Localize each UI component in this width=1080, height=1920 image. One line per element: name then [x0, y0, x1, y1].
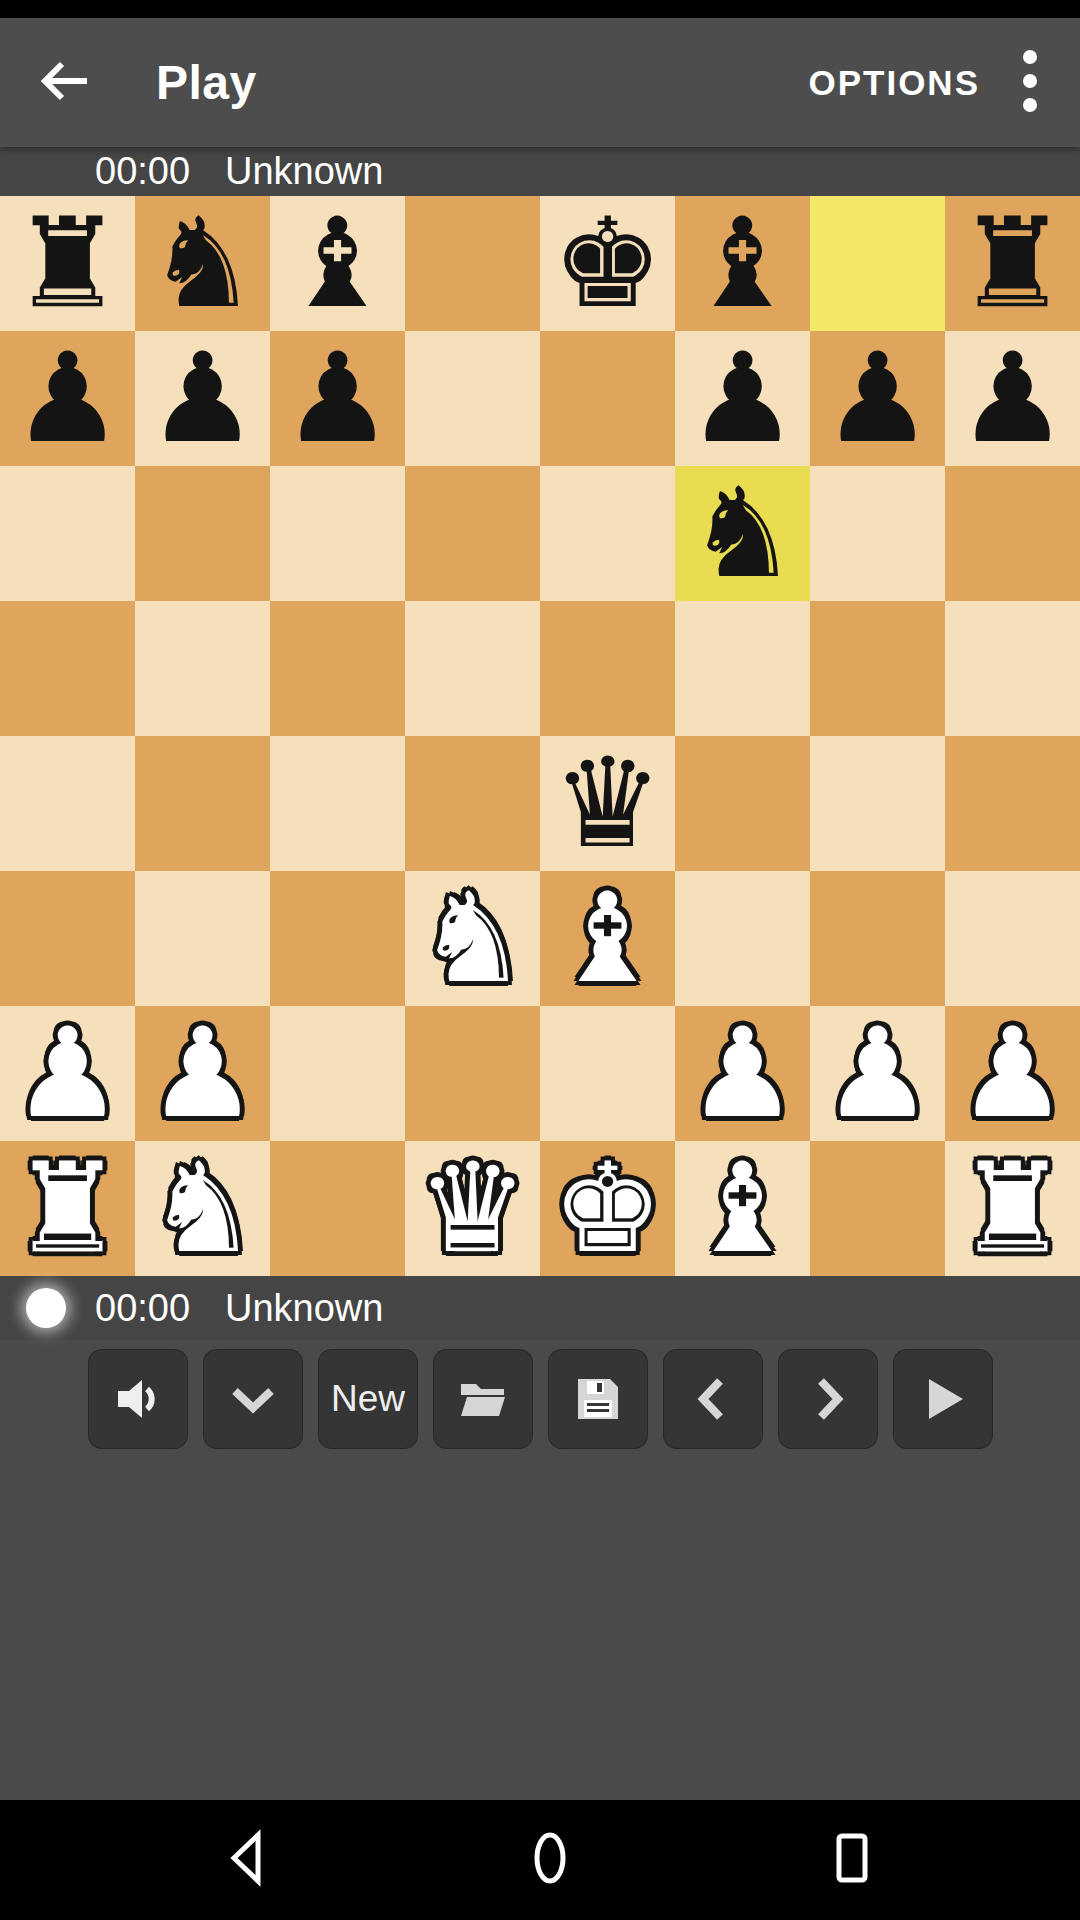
chevron-down-icon — [227, 1373, 279, 1425]
android-nav-bar — [0, 1800, 1080, 1920]
white-rook: ♜ — [12, 1141, 123, 1276]
status-bar — [0, 0, 1080, 18]
player-row: 00:00 Unknown — [0, 1276, 1080, 1340]
player-name: Unknown — [225, 1287, 383, 1330]
square-h1[interactable]: ♜ — [945, 1141, 1080, 1276]
nav-home-button[interactable] — [520, 1830, 580, 1890]
toolbar: New — [0, 1340, 1080, 1449]
black-bishop: ♝ — [282, 196, 393, 331]
folder-open-icon — [456, 1372, 510, 1426]
white-knight: ♞ — [147, 1141, 258, 1276]
square-e4[interactable]: ♛ — [540, 736, 675, 871]
black-knight: ♞ — [687, 466, 798, 601]
open-game-button[interactable] — [433, 1349, 533, 1449]
square-b1[interactable]: ♞ — [135, 1141, 270, 1276]
play-icon — [917, 1373, 969, 1425]
square-h8[interactable]: ♜ — [945, 196, 1080, 331]
black-pawn: ♟ — [957, 331, 1068, 466]
options-button[interactable]: OPTIONS — [798, 43, 990, 123]
square-f7[interactable]: ♟ — [675, 331, 810, 466]
square-f1[interactable]: ♝ — [675, 1141, 810, 1276]
square-d3[interactable]: ♞ — [405, 871, 540, 1006]
square-b2[interactable]: ♟ — [135, 1006, 270, 1141]
square-a1[interactable]: ♜ — [0, 1141, 135, 1276]
square-a8[interactable]: ♜ — [0, 196, 135, 331]
square-g1[interactable] — [810, 1141, 945, 1276]
square-b3[interactable] — [135, 871, 270, 1006]
square-h2[interactable]: ♟ — [945, 1006, 1080, 1141]
square-e5[interactable] — [540, 601, 675, 736]
square-f5[interactable] — [675, 601, 810, 736]
square-f4[interactable] — [675, 736, 810, 871]
new-game-button[interactable]: New — [318, 1349, 418, 1449]
square-d6[interactable] — [405, 466, 540, 601]
play-engine-button[interactable] — [893, 1349, 993, 1449]
square-c1[interactable] — [270, 1141, 405, 1276]
white-rook: ♜ — [957, 1141, 1068, 1276]
square-f3[interactable] — [675, 871, 810, 1006]
square-d8[interactable] — [405, 196, 540, 331]
black-rook: ♜ — [957, 196, 1068, 331]
square-d7[interactable] — [405, 331, 540, 466]
page-title: Play — [156, 55, 257, 110]
square-a6[interactable] — [0, 466, 135, 601]
recents-square-icon-button[interactable] — [822, 1830, 882, 1890]
app-bar: Play OPTIONS — [0, 18, 1080, 147]
opponent-row: 00:00 Unknown — [0, 147, 1080, 196]
square-g8[interactable] — [810, 196, 945, 331]
square-f8[interactable]: ♝ — [675, 196, 810, 331]
white-bishop: ♝ — [552, 871, 663, 1006]
turn-indicator — [26, 1288, 66, 1328]
sound-button[interactable] — [88, 1349, 188, 1449]
square-c5[interactable] — [270, 601, 405, 736]
nav-back-button[interactable] — [219, 1830, 279, 1890]
opponent-clock: 00:00 — [95, 150, 225, 193]
square-c3[interactable] — [270, 871, 405, 1006]
black-queen: ♛ — [552, 736, 663, 871]
chess-board[interactable]: ♜♞♝♚♝♜♟♟♟♟♟♟♞♛♞♝♟♟♟♟♟♜♞♛♚♝♜ — [0, 196, 1080, 1276]
move-forward-button[interactable] — [778, 1349, 878, 1449]
square-c8[interactable]: ♝ — [270, 196, 405, 331]
chevron-left-icon — [687, 1373, 739, 1425]
white-pawn: ♟ — [147, 1006, 258, 1141]
white-king: ♚ — [552, 1141, 663, 1276]
square-e2[interactable] — [540, 1006, 675, 1141]
black-pawn: ♟ — [12, 331, 123, 466]
square-c6[interactable] — [270, 466, 405, 601]
white-knight: ♞ — [417, 871, 528, 1006]
square-h5[interactable] — [945, 601, 1080, 736]
square-e8[interactable]: ♚ — [540, 196, 675, 331]
speaker-icon — [112, 1373, 164, 1425]
square-c4[interactable] — [270, 736, 405, 871]
square-b4[interactable] — [135, 736, 270, 871]
square-g6[interactable] — [810, 466, 945, 601]
back-arrow-icon — [40, 55, 92, 111]
recents-square-icon — [825, 1828, 879, 1892]
screen: Play OPTIONS 00:00 Unknown ♜♞♝♚♝♜♟♟♟♟♟♟♞… — [0, 0, 1080, 1920]
player-clock: 00:00 — [95, 1287, 225, 1330]
square-d4[interactable] — [405, 736, 540, 871]
overflow-menu-button[interactable] — [990, 35, 1070, 131]
save-game-button[interactable] — [548, 1349, 648, 1449]
home-circle-icon — [523, 1828, 577, 1892]
square-g7[interactable]: ♟ — [810, 331, 945, 466]
black-pawn: ♟ — [822, 331, 933, 466]
square-g2[interactable]: ♟ — [810, 1006, 945, 1141]
square-a7[interactable]: ♟ — [0, 331, 135, 466]
square-e7[interactable] — [540, 331, 675, 466]
square-d2[interactable] — [405, 1006, 540, 1141]
square-d5[interactable] — [405, 601, 540, 736]
back-triangle-icon — [222, 1828, 276, 1892]
black-rook: ♜ — [12, 196, 123, 331]
square-g4[interactable] — [810, 736, 945, 871]
white-pawn: ♟ — [822, 1006, 933, 1141]
white-queen: ♛ — [417, 1141, 528, 1276]
collapse-button[interactable] — [203, 1349, 303, 1449]
square-a5[interactable] — [0, 601, 135, 736]
square-a4[interactable] — [0, 736, 135, 871]
chevron-right-icon — [802, 1373, 854, 1425]
black-pawn: ♟ — [687, 331, 798, 466]
black-pawn: ♟ — [282, 331, 393, 466]
square-h3[interactable] — [945, 871, 1080, 1006]
floppy-disk-icon — [572, 1373, 624, 1425]
white-bishop: ♝ — [687, 1141, 798, 1276]
square-h6[interactable] — [945, 466, 1080, 601]
content-gap — [0, 1449, 1080, 1800]
square-g3[interactable] — [810, 871, 945, 1006]
white-pawn: ♟ — [957, 1006, 1068, 1141]
white-pawn: ♟ — [12, 1006, 123, 1141]
opponent-name: Unknown — [225, 150, 383, 193]
square-d1[interactable]: ♛ — [405, 1141, 540, 1276]
square-f6[interactable]: ♞ — [675, 466, 810, 601]
square-e3[interactable]: ♝ — [540, 871, 675, 1006]
square-e6[interactable] — [540, 466, 675, 601]
square-c2[interactable] — [270, 1006, 405, 1141]
black-knight: ♞ — [147, 196, 258, 331]
black-pawn: ♟ — [147, 331, 258, 466]
black-bishop: ♝ — [687, 196, 798, 331]
square-h7[interactable]: ♟ — [945, 331, 1080, 466]
square-b8[interactable]: ♞ — [135, 196, 270, 331]
square-b5[interactable] — [135, 601, 270, 736]
square-e1[interactable]: ♚ — [540, 1141, 675, 1276]
square-g5[interactable] — [810, 601, 945, 736]
square-c7[interactable]: ♟ — [270, 331, 405, 466]
back-button[interactable] — [18, 35, 114, 131]
square-b6[interactable] — [135, 466, 270, 601]
move-back-button[interactable] — [663, 1349, 763, 1449]
white-pawn: ♟ — [687, 1006, 798, 1141]
square-a2[interactable]: ♟ — [0, 1006, 135, 1141]
square-a3[interactable] — [0, 871, 135, 1006]
more-vert-icon — [1023, 49, 1037, 117]
square-f2[interactable]: ♟ — [675, 1006, 810, 1141]
black-king: ♚ — [552, 196, 663, 331]
square-h4[interactable] — [945, 736, 1080, 871]
square-b7[interactable]: ♟ — [135, 331, 270, 466]
